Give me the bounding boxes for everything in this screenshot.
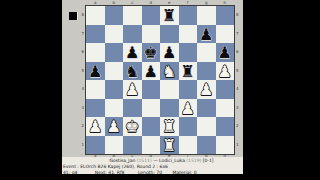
coord-label-3: 3 [79, 99, 84, 118]
coord-label-7: 7 [236, 25, 241, 44]
square-a6 [86, 43, 105, 62]
game-length: Length: 70 [138, 170, 162, 174]
square-c3 [123, 99, 142, 118]
event-line: Event : ELOrch B26 Kapej (260), Round 2 … [62, 164, 243, 169]
white-pawn-b2: ♟ [105, 117, 124, 136]
square-g6 [197, 43, 216, 62]
black-player-name: Lodici_Luka [159, 158, 185, 163]
square-b4 [105, 80, 124, 99]
chess-board: ♜♟♟♚♟♟♟♞♟♞♜♟♟♟♟♟♟♚♜♜ [85, 5, 235, 155]
square-h5: ♟ [216, 62, 235, 81]
black-rook-f5: ♜ [179, 62, 198, 81]
white-king-c2: ♚ [123, 117, 142, 136]
square-e7 [160, 25, 179, 44]
coord-label-5: 5 [236, 62, 241, 81]
square-g8 [197, 6, 216, 25]
square-a7 [86, 25, 105, 44]
square-f1 [179, 136, 198, 155]
square-f6 [179, 43, 198, 62]
coord-label-4: 4 [236, 80, 241, 99]
capture-area: abcdefgh abcdefgh 87654321 87654321 ♜♟♟♚… [62, 0, 243, 180]
square-b6 [105, 43, 124, 62]
square-h4 [216, 80, 235, 99]
coord-label-3: 3 [236, 99, 241, 118]
rank-labels-left: 87654321 [79, 6, 84, 154]
square-d8 [142, 6, 161, 25]
players-line: Gostisa_Jan (1511) — Lodici_Luka (1519) … [62, 158, 243, 163]
square-b3 [105, 99, 124, 118]
square-b5 [105, 62, 124, 81]
black-pawn-a5: ♟ [86, 62, 105, 81]
material-balance: Material: 0 [173, 170, 197, 174]
square-e3 [160, 99, 179, 118]
square-a1 [86, 136, 105, 155]
white-pawn-h5: ♟ [216, 62, 235, 81]
game-result: [0-1] [203, 158, 214, 163]
black-knight-c5: ♞ [123, 62, 142, 81]
black-king-d6: ♚ [142, 43, 161, 62]
square-a2: ♟ [86, 117, 105, 136]
current-move: 41: g4 [63, 170, 77, 174]
coord-label-4: 4 [79, 80, 84, 99]
square-g3 [197, 99, 216, 118]
square-e5: ♞ [160, 62, 179, 81]
white-pawn-c4: ♟ [123, 80, 142, 99]
next-move: Next: 41. Rf8 [95, 170, 125, 174]
square-g4: ♟ [197, 80, 216, 99]
square-d5: ♟ [142, 62, 161, 81]
square-c5: ♞ [123, 62, 142, 81]
square-e1: ♜ [160, 136, 179, 155]
square-d6: ♚ [142, 43, 161, 62]
square-c8 [123, 6, 142, 25]
coord-label-7: 7 [79, 25, 84, 44]
side-to-move-indicator [69, 12, 78, 20]
black-pawn-d5: ♟ [142, 62, 161, 81]
square-g1 [197, 136, 216, 155]
white-player-name: Gostisa_Jan [109, 158, 135, 163]
white-pawn-a2: ♟ [86, 117, 105, 136]
square-c7 [123, 25, 142, 44]
black-pawn-c6: ♟ [123, 43, 142, 62]
move-info-line: 41: g4 Next: 41. Rf8 Length: 70 Material… [62, 170, 243, 174]
square-f4 [179, 80, 198, 99]
black-rook-e8: ♜ [160, 6, 179, 25]
square-d3 [142, 99, 161, 118]
square-e8: ♜ [160, 6, 179, 25]
rank-labels-right: 87654321 [236, 6, 241, 154]
square-g2 [197, 117, 216, 136]
coord-label-1: 1 [79, 136, 84, 155]
black-pawn-e6: ♟ [160, 43, 179, 62]
white-rook-e2: ♜ [160, 117, 179, 136]
square-b2: ♟ [105, 117, 124, 136]
square-e4 [160, 80, 179, 99]
coord-label-6: 6 [236, 43, 241, 62]
square-g7: ♟ [197, 25, 216, 44]
white-player-rating: (1511) [137, 158, 152, 163]
coord-label-2: 2 [79, 117, 84, 136]
square-d2 [142, 117, 161, 136]
white-pawn-f3: ♟ [179, 99, 198, 118]
square-h2 [216, 117, 235, 136]
square-h3 [216, 99, 235, 118]
status-bar: Gostisa_Jan (1511) — Lodici_Luka (1519) … [62, 157, 243, 174]
coord-label-8: 8 [236, 6, 241, 25]
square-a4 [86, 80, 105, 99]
coord-label-1: 1 [236, 136, 241, 155]
coord-label-8: 8 [79, 6, 84, 25]
square-c1 [123, 136, 142, 155]
black-pawn-g7: ♟ [197, 25, 216, 44]
white-knight-e5: ♞ [160, 62, 179, 81]
square-a8 [86, 6, 105, 25]
square-h8 [216, 6, 235, 25]
black-pawn-h6: ♟ [216, 43, 235, 62]
square-b1 [105, 136, 124, 155]
square-c2: ♚ [123, 117, 142, 136]
white-pawn-g4: ♟ [197, 80, 216, 99]
square-h6: ♟ [216, 43, 235, 62]
vs-separator: — [153, 158, 158, 163]
video-frame: abcdefgh abcdefgh 87654321 87654321 ♜♟♟♚… [0, 0, 320, 180]
square-f8 [179, 6, 198, 25]
square-e6: ♟ [160, 43, 179, 62]
coord-label-6: 6 [79, 43, 84, 62]
square-f7 [179, 25, 198, 44]
square-g5 [197, 62, 216, 81]
coord-label-5: 5 [79, 62, 84, 81]
square-c4: ♟ [123, 80, 142, 99]
square-f3: ♟ [179, 99, 198, 118]
black-player-rating: (1519) [186, 158, 201, 163]
square-c6: ♟ [123, 43, 142, 62]
square-b7 [105, 25, 124, 44]
square-a5: ♟ [86, 62, 105, 81]
square-a3 [86, 99, 105, 118]
square-d4 [142, 80, 161, 99]
square-d7 [142, 25, 161, 44]
square-e2: ♜ [160, 117, 179, 136]
square-h1 [216, 136, 235, 155]
square-d1 [142, 136, 161, 155]
white-rook-e1: ♜ [160, 136, 179, 155]
coord-label-2: 2 [236, 117, 241, 136]
square-f5: ♜ [179, 62, 198, 81]
square-b8 [105, 6, 124, 25]
square-h7 [216, 25, 235, 44]
square-f2 [179, 117, 198, 136]
